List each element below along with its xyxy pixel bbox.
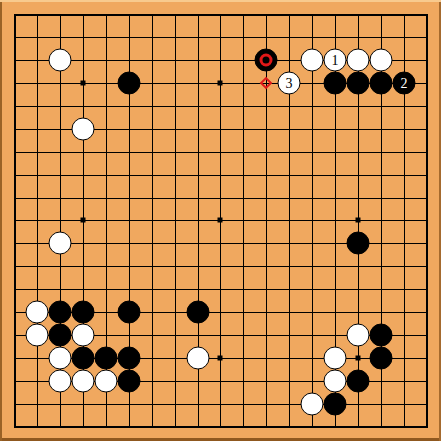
grid-line-horizontal — [14, 106, 428, 107]
grid-line-vertical — [175, 14, 176, 428]
stone-white — [301, 393, 324, 416]
stone-white — [49, 49, 72, 72]
stone-white: 1 — [324, 49, 347, 72]
stone-white — [72, 324, 95, 347]
stone-black — [49, 301, 72, 324]
stone-black — [49, 324, 72, 347]
stone-white — [49, 347, 72, 370]
grid-line-vertical — [243, 14, 244, 428]
stone-black — [347, 72, 370, 95]
move-number-label: 1 — [332, 53, 339, 67]
stone-white — [324, 370, 347, 393]
star-point — [218, 81, 223, 86]
grid-line-horizontal — [14, 37, 428, 38]
stone-black — [347, 232, 370, 255]
stone-white — [347, 49, 370, 72]
circle-marker — [260, 54, 273, 67]
stone-black — [187, 301, 210, 324]
grid-line-vertical — [14, 14, 16, 428]
star-point — [218, 218, 223, 223]
stone-white — [49, 370, 72, 393]
stone-black — [118, 370, 141, 393]
stone-black — [118, 347, 141, 370]
diamond-marker — [260, 77, 273, 90]
stone-white — [187, 347, 210, 370]
star-point — [356, 356, 361, 361]
stone-black — [370, 347, 393, 370]
grid-line-horizontal — [14, 198, 428, 199]
stone-white — [324, 347, 347, 370]
move-number-label: 2 — [401, 76, 408, 90]
grid-line-horizontal — [14, 266, 428, 267]
star-point — [81, 81, 86, 86]
stone-white — [370, 49, 393, 72]
stone-black — [347, 370, 370, 393]
stone-white — [347, 324, 370, 347]
stone-white — [26, 324, 49, 347]
stone-white — [49, 232, 72, 255]
stone-black — [118, 72, 141, 95]
stone-black — [370, 72, 393, 95]
stone-black — [324, 393, 347, 416]
grid-line-horizontal — [14, 426, 428, 428]
stone-white — [72, 118, 95, 141]
stone-black — [95, 347, 118, 370]
stone-white — [301, 49, 324, 72]
star-point — [356, 218, 361, 223]
stone-black: 2 — [393, 72, 416, 95]
grid-line-vertical — [37, 14, 38, 428]
grid-line-vertical — [152, 14, 153, 428]
stone-white — [26, 301, 49, 324]
stone-white: 3 — [278, 72, 301, 95]
stone-black — [118, 301, 141, 324]
stone-black — [72, 347, 95, 370]
move-number-label: 3 — [286, 76, 293, 90]
grid-line-vertical — [312, 14, 313, 428]
grid-line-horizontal — [14, 289, 428, 290]
grid-line-horizontal — [14, 152, 428, 153]
stone-white — [95, 370, 118, 393]
stone-black — [72, 301, 95, 324]
grid-line-horizontal — [14, 404, 428, 405]
stone-black — [370, 324, 393, 347]
star-point — [218, 356, 223, 361]
grid-line-horizontal — [14, 175, 428, 176]
stone-black — [324, 72, 347, 95]
stone-white — [72, 370, 95, 393]
star-point — [81, 218, 86, 223]
grid-line-vertical — [426, 14, 428, 428]
go-board: 132 — [0, 0, 441, 441]
grid-line-horizontal — [14, 14, 428, 16]
